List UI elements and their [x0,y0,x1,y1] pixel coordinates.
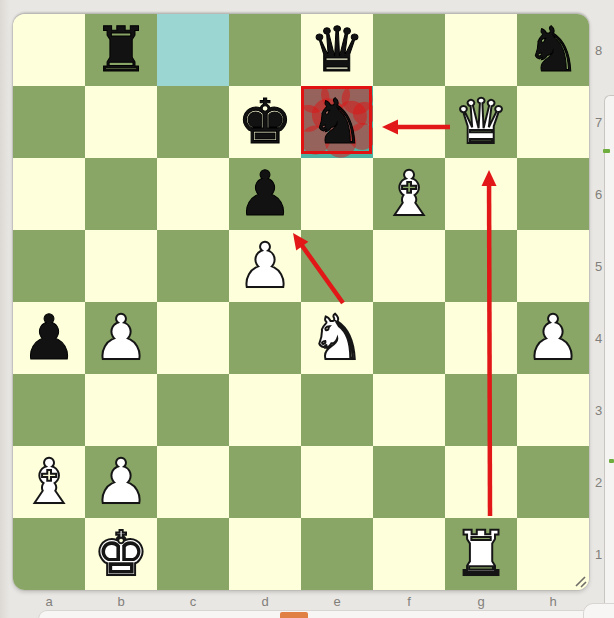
square-f3[interactable] [373,374,445,446]
white-pawn-b2[interactable]: ♟ [85,446,157,518]
square-d2[interactable] [229,446,301,518]
square-h7[interactable] [517,86,589,158]
white-bishop-f6[interactable]: ♝ [373,158,445,230]
square-e5[interactable] [301,230,373,302]
black-rook-b8[interactable]: ♜ [85,14,157,86]
square-e1[interactable] [301,518,373,590]
square-h3[interactable] [517,374,589,446]
square-h8[interactable]: ♞ [517,14,589,86]
square-c1[interactable] [157,518,229,590]
square-b4[interactable]: ♟ [85,302,157,374]
white-rook-g1[interactable]: ♜ [445,518,517,590]
square-h4[interactable]: ♟ [517,302,589,374]
file-label-h: h [517,594,589,609]
square-e7[interactable]: ♞ [301,86,373,158]
square-e8[interactable]: ♛ [301,14,373,86]
square-a6[interactable] [13,158,85,230]
white-pawn-b4[interactable]: ♟ [85,302,157,374]
vertical-scrollbar-thumb[interactable] [604,95,614,613]
square-g3[interactable] [445,374,517,446]
square-e2[interactable] [301,446,373,518]
square-g2[interactable] [445,446,517,518]
white-pawn-h4[interactable]: ♟ [517,302,589,374]
square-c5[interactable] [157,230,229,302]
square-b8[interactable]: ♜ [85,14,157,86]
square-h2[interactable] [517,446,589,518]
rank-label-8: 8 [591,14,606,86]
file-label-a: a [13,594,85,609]
white-bishop-a2[interactable]: ♝ [13,446,85,518]
square-d6[interactable]: ♟ [229,158,301,230]
bottom-right-card-corner [583,603,614,618]
file-label-e: e [301,594,373,609]
square-a2[interactable]: ♝ [13,446,85,518]
square-c7[interactable] [157,86,229,158]
square-d7[interactable]: ♚ [229,86,301,158]
square-c3[interactable] [157,374,229,446]
square-f4[interactable] [373,302,445,374]
black-pawn-d6[interactable]: ♟ [229,158,301,230]
square-c4[interactable] [157,302,229,374]
square-a1[interactable] [13,518,85,590]
square-g4[interactable] [445,302,517,374]
white-queen-g7[interactable]: ♛ [445,86,517,158]
resize-handle-icon[interactable] [573,574,588,589]
square-f5[interactable] [373,230,445,302]
file-label-g: g [445,594,517,609]
square-d5[interactable]: ♟ [229,230,301,302]
black-king-d7[interactable]: ♚ [229,86,301,158]
square-g5[interactable] [445,230,517,302]
square-g6[interactable] [445,158,517,230]
square-d1[interactable] [229,518,301,590]
scrollbar-marker [609,459,614,463]
square-b1[interactable]: ♚ [85,518,157,590]
square-b7[interactable] [85,86,157,158]
square-f1[interactable] [373,518,445,590]
square-d3[interactable] [229,374,301,446]
horizontal-scrollbar-thumb[interactable] [280,612,308,618]
square-a3[interactable] [13,374,85,446]
page-left-edge [0,0,10,618]
square-h6[interactable] [517,158,589,230]
black-knight-e7[interactable]: ♞ [301,86,373,158]
white-knight-e4[interactable]: ♞ [301,302,373,374]
file-labels: abcdefgh [13,594,589,609]
square-h5[interactable] [517,230,589,302]
square-g1[interactable]: ♜ [445,518,517,590]
square-d8[interactable] [229,14,301,86]
black-queen-e8[interactable]: ♛ [301,14,373,86]
white-pawn-d5[interactable]: ♟ [229,230,301,302]
square-g7[interactable]: ♛ [445,86,517,158]
square-f7[interactable] [373,86,445,158]
chess-board: ♜♛♞♚♞♛♟♝♟♟♟♞♟♝♟♚♜ [13,14,589,590]
square-a7[interactable] [13,86,85,158]
square-a4[interactable]: ♟ [13,302,85,374]
square-b2[interactable]: ♟ [85,446,157,518]
square-f8[interactable] [373,14,445,86]
square-c6[interactable] [157,158,229,230]
square-d4[interactable] [229,302,301,374]
square-e4[interactable]: ♞ [301,302,373,374]
square-a5[interactable] [13,230,85,302]
square-b3[interactable] [85,374,157,446]
square-g8[interactable] [445,14,517,86]
square-b5[interactable] [85,230,157,302]
square-e6[interactable] [301,158,373,230]
file-label-f: f [373,594,445,609]
bottom-panel-top-edge [38,610,600,618]
square-e3[interactable] [301,374,373,446]
file-label-b: b [85,594,157,609]
black-knight-h8[interactable]: ♞ [517,14,589,86]
square-c2[interactable] [157,446,229,518]
square-f2[interactable] [373,446,445,518]
square-c8[interactable] [157,14,229,86]
square-b6[interactable] [85,158,157,230]
square-a8[interactable] [13,14,85,86]
file-label-d: d [229,594,301,609]
square-f6[interactable]: ♝ [373,158,445,230]
scrollbar-marker [603,149,610,153]
white-king-b1[interactable]: ♚ [85,518,157,590]
file-label-c: c [157,594,229,609]
black-pawn-a4[interactable]: ♟ [13,302,85,374]
